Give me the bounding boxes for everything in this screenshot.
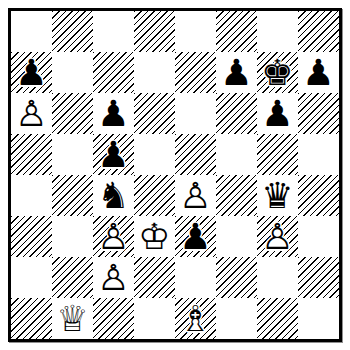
square-c5[interactable]: ♟♟	[93, 134, 134, 175]
square-d1[interactable]	[134, 298, 175, 339]
square-d2[interactable]	[134, 257, 175, 298]
square-g7[interactable]: ♚♚	[257, 52, 298, 93]
square-e3[interactable]: ♟♟	[175, 216, 216, 257]
square-g6[interactable]: ♟♟	[257, 93, 298, 134]
square-f8[interactable]	[216, 11, 257, 52]
chess-board: ♟♟♟♟♚♚♟♟♟♙♟♟♟♟♟♟♞♞♟♙♛♛♟♙♚♔♟♟♟♙♟♙♛♕♝♗	[8, 8, 342, 342]
black-knight: ♞	[93, 175, 134, 216]
square-a8[interactable]	[11, 11, 52, 52]
square-e6[interactable]	[175, 93, 216, 134]
square-b7[interactable]	[52, 52, 93, 93]
square-d3[interactable]: ♚♔	[134, 216, 175, 257]
square-f2[interactable]	[216, 257, 257, 298]
square-a3[interactable]	[11, 216, 52, 257]
white-queen: ♕	[52, 298, 93, 339]
black-pawn: ♟	[298, 52, 339, 93]
square-e4[interactable]: ♟♙	[175, 175, 216, 216]
square-h7[interactable]: ♟♟	[298, 52, 339, 93]
square-d4[interactable]	[134, 175, 175, 216]
square-b3[interactable]	[52, 216, 93, 257]
square-h8[interactable]	[298, 11, 339, 52]
square-d7[interactable]	[134, 52, 175, 93]
square-c2[interactable]: ♟♙	[93, 257, 134, 298]
black-queen: ♛	[257, 175, 298, 216]
square-g2[interactable]	[257, 257, 298, 298]
square-h2[interactable]	[298, 257, 339, 298]
square-c7[interactable]	[93, 52, 134, 93]
square-e7[interactable]	[175, 52, 216, 93]
square-h3[interactable]	[298, 216, 339, 257]
square-g8[interactable]	[257, 11, 298, 52]
square-f3[interactable]	[216, 216, 257, 257]
square-e1[interactable]: ♝♗	[175, 298, 216, 339]
square-h4[interactable]	[298, 175, 339, 216]
square-f5[interactable]	[216, 134, 257, 175]
square-b5[interactable]	[52, 134, 93, 175]
black-pawn: ♟	[93, 93, 134, 134]
black-king: ♚	[257, 52, 298, 93]
square-f4[interactable]	[216, 175, 257, 216]
black-pawn: ♟	[257, 93, 298, 134]
white-pawn: ♙	[11, 93, 52, 134]
square-c8[interactable]	[93, 11, 134, 52]
square-b1[interactable]: ♛♕	[52, 298, 93, 339]
square-b2[interactable]	[52, 257, 93, 298]
square-e8[interactable]	[175, 11, 216, 52]
square-a7[interactable]: ♟♟	[11, 52, 52, 93]
square-b6[interactable]	[52, 93, 93, 134]
square-a4[interactable]	[11, 175, 52, 216]
square-d5[interactable]	[134, 134, 175, 175]
white-pawn: ♙	[175, 175, 216, 216]
white-pawn: ♙	[257, 216, 298, 257]
square-g4[interactable]: ♛♛	[257, 175, 298, 216]
square-h6[interactable]	[298, 93, 339, 134]
white-pawn: ♙	[93, 216, 134, 257]
square-f7[interactable]: ♟♟	[216, 52, 257, 93]
square-e2[interactable]	[175, 257, 216, 298]
square-d8[interactable]	[134, 11, 175, 52]
square-f1[interactable]	[216, 298, 257, 339]
square-g3[interactable]: ♟♙	[257, 216, 298, 257]
black-pawn: ♟	[93, 134, 134, 175]
square-a2[interactable]	[11, 257, 52, 298]
square-c3[interactable]: ♟♙	[93, 216, 134, 257]
square-a5[interactable]	[11, 134, 52, 175]
square-c1[interactable]	[93, 298, 134, 339]
square-f6[interactable]	[216, 93, 257, 134]
white-bishop: ♗	[175, 298, 216, 339]
square-b8[interactable]	[52, 11, 93, 52]
square-a1[interactable]	[11, 298, 52, 339]
square-h5[interactable]	[298, 134, 339, 175]
square-g1[interactable]	[257, 298, 298, 339]
black-pawn: ♟	[216, 52, 257, 93]
square-c4[interactable]: ♞♞	[93, 175, 134, 216]
white-king: ♔	[134, 216, 175, 257]
square-h1[interactable]	[298, 298, 339, 339]
square-c6[interactable]: ♟♟	[93, 93, 134, 134]
square-d6[interactable]	[134, 93, 175, 134]
black-pawn: ♟	[11, 52, 52, 93]
square-b4[interactable]	[52, 175, 93, 216]
black-pawn: ♟	[175, 216, 216, 257]
white-pawn: ♙	[93, 257, 134, 298]
square-e5[interactable]	[175, 134, 216, 175]
board-grid: ♟♟♟♟♚♚♟♟♟♙♟♟♟♟♟♟♞♞♟♙♛♛♟♙♚♔♟♟♟♙♟♙♛♕♝♗	[11, 11, 339, 339]
square-g5[interactable]	[257, 134, 298, 175]
square-a6[interactable]: ♟♙	[11, 93, 52, 134]
